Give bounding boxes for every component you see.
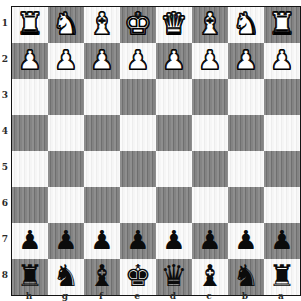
square-c8[interactable]: ♝ [192,259,228,295]
square-h6[interactable] [12,187,48,223]
square-g2[interactable]: ♟ [48,43,84,79]
black-queen: ♛ [161,261,188,291]
square-a7[interactable]: ♟ [264,223,300,259]
square-c5[interactable] [192,151,228,187]
file-label-b: b [227,291,263,301]
square-h7[interactable]: ♟ [12,223,48,259]
file-label-h: h [11,291,47,301]
white-pawn: ♟ [162,47,185,73]
square-e1[interactable]: ♚ [120,7,156,43]
file-label-d: d [155,291,191,301]
square-g6[interactable] [48,187,84,223]
white-rook: ♜ [269,9,296,39]
square-f2[interactable]: ♟ [84,43,120,79]
black-pawn: ♟ [54,227,77,253]
rank-label-2: 2 [0,54,10,66]
chess-diagram: 12345678 ♜♞♝♚♛♝♞♜♟♟♟♟♟♟♟♟♟♟♟♟♟♟♟♟♜♞♝♚♛♝♞… [0,0,301,301]
square-a8[interactable]: ♜ [264,259,300,295]
file-label-g: g [47,291,83,301]
square-d7[interactable]: ♟ [156,223,192,259]
square-a5[interactable] [264,151,300,187]
white-rook: ♜ [17,9,44,39]
black-knight: ♞ [53,261,80,291]
square-e5[interactable] [120,151,156,187]
file-label-f: f [83,291,119,301]
square-h2[interactable]: ♟ [12,43,48,79]
square-f1[interactable]: ♝ [84,7,120,43]
square-d3[interactable] [156,79,192,115]
square-e6[interactable] [120,187,156,223]
file-label-c: c [191,291,227,301]
white-queen: ♛ [161,9,188,39]
rank-label-7: 7 [0,234,10,246]
square-g1[interactable]: ♞ [48,7,84,43]
square-c6[interactable] [192,187,228,223]
square-d8[interactable]: ♛ [156,259,192,295]
square-f3[interactable] [84,79,120,115]
square-g8[interactable]: ♞ [48,259,84,295]
square-d6[interactable] [156,187,192,223]
black-bishop: ♝ [89,261,116,291]
square-c3[interactable] [192,79,228,115]
square-g3[interactable] [48,79,84,115]
square-c2[interactable]: ♟ [192,43,228,79]
black-knight: ♞ [233,261,260,291]
square-b1[interactable]: ♞ [228,7,264,43]
black-pawn: ♟ [270,227,293,253]
square-f5[interactable] [84,151,120,187]
file-label-a: a [263,291,299,301]
square-e3[interactable] [120,79,156,115]
white-pawn: ♟ [198,47,221,73]
square-f6[interactable] [84,187,120,223]
square-f4[interactable] [84,115,120,151]
black-bishop: ♝ [197,261,224,291]
square-c1[interactable]: ♝ [192,7,228,43]
rank-label-1: 1 [0,18,10,30]
black-pawn: ♟ [90,227,113,253]
rank-label-3: 3 [0,90,10,102]
file-label-e: e [119,291,155,301]
white-knight: ♞ [53,9,80,39]
square-f7[interactable]: ♟ [84,223,120,259]
rank-label-6: 6 [0,198,10,210]
square-h1[interactable]: ♜ [12,7,48,43]
square-c4[interactable] [192,115,228,151]
black-pawn: ♟ [18,227,41,253]
white-pawn: ♟ [90,47,113,73]
square-g7[interactable]: ♟ [48,223,84,259]
square-b5[interactable] [228,151,264,187]
rank-label-4: 4 [0,126,10,138]
square-g5[interactable] [48,151,84,187]
rank-label-5: 5 [0,162,10,174]
square-d2[interactable]: ♟ [156,43,192,79]
square-b2[interactable]: ♟ [228,43,264,79]
chess-board: ♜♞♝♚♛♝♞♜♟♟♟♟♟♟♟♟♟♟♟♟♟♟♟♟♜♞♝♚♛♝♞♜ [11,6,301,296]
square-a1[interactable]: ♜ [264,7,300,43]
square-a2[interactable]: ♟ [264,43,300,79]
square-a6[interactable] [264,187,300,223]
square-b3[interactable] [228,79,264,115]
square-e4[interactable] [120,115,156,151]
black-pawn: ♟ [234,227,257,253]
white-pawn: ♟ [234,47,257,73]
square-e8[interactable]: ♚ [120,259,156,295]
square-b6[interactable] [228,187,264,223]
white-pawn: ♟ [54,47,77,73]
white-king: ♚ [125,9,152,39]
white-knight: ♞ [233,9,260,39]
square-b4[interactable] [228,115,264,151]
square-e2[interactable]: ♟ [120,43,156,79]
square-e7[interactable]: ♟ [120,223,156,259]
white-bishop: ♝ [89,9,116,39]
white-pawn: ♟ [270,47,293,73]
white-pawn: ♟ [126,47,149,73]
square-h8[interactable]: ♜ [12,259,48,295]
black-pawn: ♟ [126,227,149,253]
square-h5[interactable] [12,151,48,187]
rank-label-8: 8 [0,270,10,282]
white-pawn: ♟ [18,47,41,73]
square-h3[interactable] [12,79,48,115]
white-bishop: ♝ [197,9,224,39]
black-pawn: ♟ [198,227,221,253]
square-d5[interactable] [156,151,192,187]
square-a3[interactable] [264,79,300,115]
black-rook: ♜ [269,261,296,291]
square-b8[interactable]: ♞ [228,259,264,295]
square-h4[interactable] [12,115,48,151]
square-f8[interactable]: ♝ [84,259,120,295]
black-king: ♚ [125,261,152,291]
square-g4[interactable] [48,115,84,151]
square-d1[interactable]: ♛ [156,7,192,43]
black-pawn: ♟ [162,227,185,253]
square-c7[interactable]: ♟ [192,223,228,259]
square-a4[interactable] [264,115,300,151]
square-b7[interactable]: ♟ [228,223,264,259]
black-rook: ♜ [17,261,44,291]
square-d4[interactable] [156,115,192,151]
